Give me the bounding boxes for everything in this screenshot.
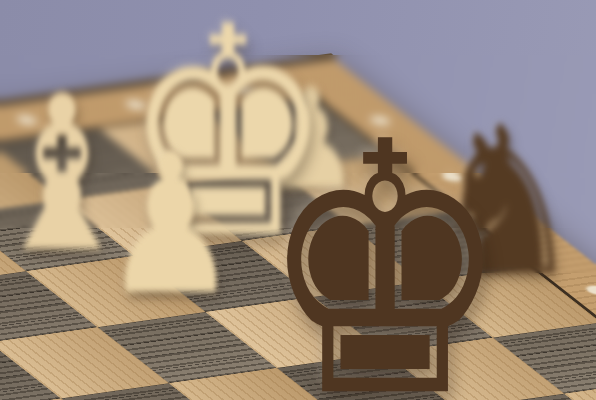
chess-photo: ♟♚♝♞♟♚ [0, 0, 596, 400]
black-king: ♚ [260, 96, 511, 400]
white-pawn-near: ♟ [103, 129, 239, 323]
inlay-dot [582, 285, 596, 296]
